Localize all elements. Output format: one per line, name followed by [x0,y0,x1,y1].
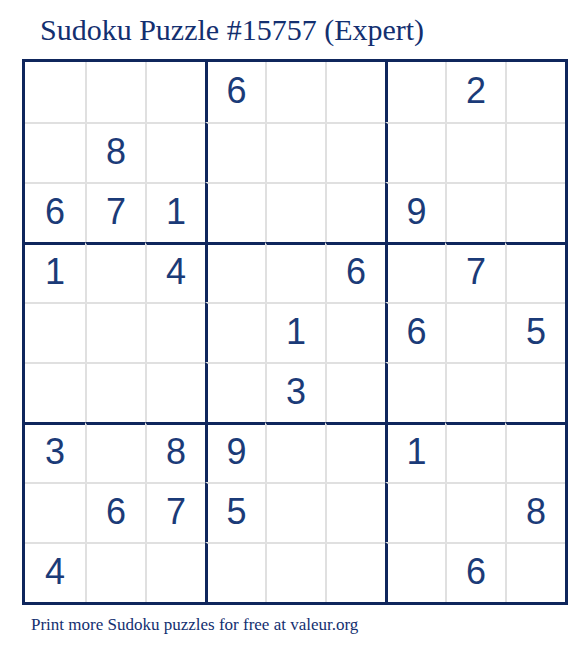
cell-r7c2[interactable] [85,422,145,482]
given-digit: 1 [166,194,186,233]
given-digit: 6 [226,73,246,112]
cell-r8c2[interactable]: 6 [85,482,145,542]
cell-r4c9[interactable] [505,242,565,302]
given-digit: 3 [45,434,65,473]
cell-r6c4[interactable] [205,362,265,422]
cell-r6c7[interactable] [385,362,445,422]
cell-r7c6[interactable] [325,422,385,482]
cell-r3c7[interactable]: 9 [385,182,445,242]
cell-r2c1[interactable] [25,122,85,182]
given-digit: 7 [106,194,126,233]
cell-r3c2[interactable]: 7 [85,182,145,242]
cell-r7c8[interactable] [445,422,505,482]
cell-r6c1[interactable] [25,362,85,422]
cell-r2c8[interactable] [445,122,505,182]
cell-r2c2[interactable]: 8 [85,122,145,182]
cell-r3c8[interactable] [445,182,505,242]
cell-r1c8[interactable]: 2 [445,62,505,122]
cell-r4c6[interactable]: 6 [325,242,385,302]
cell-r8c4[interactable]: 5 [205,482,265,542]
cell-r1c6[interactable] [325,62,385,122]
cell-r2c9[interactable] [505,122,565,182]
sudoku-grid: 6286719146716533891675846 [22,59,568,605]
cell-r5c3[interactable] [145,302,205,362]
given-digit: 4 [166,254,186,293]
page-title: Sudoku Puzzle #15757 (Expert) [40,13,424,47]
cell-r5c6[interactable] [325,302,385,362]
cell-r8c8[interactable] [445,482,505,542]
cell-r1c1[interactable] [25,62,85,122]
given-digit: 1 [406,434,426,473]
cell-r6c9[interactable] [505,362,565,422]
cell-r5c7[interactable]: 6 [385,302,445,362]
cell-r1c4[interactable]: 6 [205,62,265,122]
cell-r1c2[interactable] [85,62,145,122]
given-digit: 9 [226,434,246,473]
cell-r1c3[interactable] [145,62,205,122]
given-digit: 6 [106,494,126,533]
cell-r3c6[interactable] [325,182,385,242]
cell-r9c7[interactable] [385,542,445,602]
cell-r2c7[interactable] [385,122,445,182]
given-digit: 6 [406,314,426,353]
cell-r4c1[interactable]: 1 [25,242,85,302]
cell-r9c4[interactable] [205,542,265,602]
given-digit: 8 [166,434,186,473]
cell-r5c2[interactable] [85,302,145,362]
cell-r3c4[interactable] [205,182,265,242]
given-digit: 5 [526,314,546,353]
cell-r8c3[interactable]: 7 [145,482,205,542]
cell-r9c5[interactable] [265,542,325,602]
cell-r4c2[interactable] [85,242,145,302]
cell-r9c9[interactable] [505,542,565,602]
given-digit: 8 [526,494,546,533]
cell-r7c5[interactable] [265,422,325,482]
cell-r3c3[interactable]: 1 [145,182,205,242]
cell-r8c9[interactable]: 8 [505,482,565,542]
cell-r6c5[interactable]: 3 [265,362,325,422]
cell-r9c6[interactable] [325,542,385,602]
cell-r3c5[interactable] [265,182,325,242]
cell-r5c9[interactable]: 5 [505,302,565,362]
cell-r5c1[interactable] [25,302,85,362]
cell-r7c1[interactable]: 3 [25,422,85,482]
given-digit: 3 [286,374,306,413]
cell-r8c7[interactable] [385,482,445,542]
cell-r8c5[interactable] [265,482,325,542]
cell-r1c5[interactable] [265,62,325,122]
given-digit: 9 [406,194,426,233]
given-digit: 7 [466,254,486,293]
cell-r4c3[interactable]: 4 [145,242,205,302]
cell-r4c5[interactable] [265,242,325,302]
given-digit: 8 [106,134,126,173]
cell-r7c4[interactable]: 9 [205,422,265,482]
cell-r9c8[interactable]: 6 [445,542,505,602]
given-digit: 1 [286,314,306,353]
cell-r2c6[interactable] [325,122,385,182]
given-digit: 4 [45,554,65,593]
cell-r4c7[interactable] [385,242,445,302]
cell-r4c8[interactable]: 7 [445,242,505,302]
given-digit: 7 [166,494,186,533]
cell-r7c3[interactable]: 8 [145,422,205,482]
cell-r9c2[interactable] [85,542,145,602]
cell-r2c4[interactable] [205,122,265,182]
given-digit: 5 [226,494,246,533]
cell-r3c1[interactable]: 6 [25,182,85,242]
given-digit: 2 [466,73,486,112]
cell-r6c2[interactable] [85,362,145,422]
cell-r1c9[interactable] [505,62,565,122]
cell-r6c8[interactable] [445,362,505,422]
cell-r6c3[interactable] [145,362,205,422]
cell-r7c9[interactable] [505,422,565,482]
cell-r6c6[interactable] [325,362,385,422]
cell-r1c7[interactable] [385,62,445,122]
cell-r3c9[interactable] [505,182,565,242]
given-digit: 6 [466,554,486,593]
cell-r8c1[interactable] [25,482,85,542]
cell-r2c3[interactable] [145,122,205,182]
given-digit: 6 [346,254,366,293]
cell-r5c4[interactable] [205,302,265,362]
cell-r7c7[interactable]: 1 [385,422,445,482]
cell-r4c4[interactable] [205,242,265,302]
cell-r8c6[interactable] [325,482,385,542]
given-digit: 6 [45,194,65,233]
cell-r2c5[interactable] [265,122,325,182]
cell-r5c5[interactable]: 1 [265,302,325,362]
footer-text: Print more Sudoku puzzles for free at va… [31,615,358,635]
cell-r5c8[interactable] [445,302,505,362]
given-digit: 1 [45,254,65,293]
cell-r9c1[interactable]: 4 [25,542,85,602]
cell-r9c3[interactable] [145,542,205,602]
